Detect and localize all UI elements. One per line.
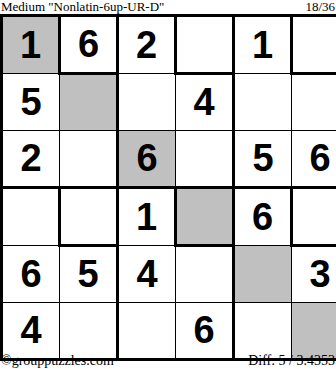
grid-row-0: 1 6 2 1: [2, 16, 336, 74]
cell-r5c0[interactable]: 4: [2, 303, 60, 360]
puzzle-title: Medium "Nonlatin-6up-UR-D": [0, 0, 164, 13]
cell-r2c3[interactable]: [176, 131, 234, 188]
grid-row-4: 6 5 4 3: [2, 246, 336, 303]
cell-r0c4[interactable]: 1: [234, 16, 292, 74]
cell-r5c2[interactable]: [118, 303, 176, 360]
cell-r2c0[interactable]: 2: [2, 131, 60, 188]
footer: ©grouppuzzles.com Diff: 5 / 3.4353: [0, 352, 336, 369]
grid-row-3: 1 6: [2, 188, 336, 246]
copyright-text: ©grouppuzzles.com: [0, 353, 114, 369]
cell-r3c2[interactable]: 1: [118, 188, 176, 246]
cell-r0c5[interactable]: [292, 16, 336, 74]
cell-r0c2[interactable]: 2: [118, 16, 176, 74]
cell-r1c4[interactable]: [234, 74, 292, 131]
cell-r4c3[interactable]: [176, 246, 234, 303]
cell-r0c0[interactable]: 1: [2, 16, 60, 74]
grid-row-1: 5 4: [2, 74, 336, 131]
cell-r4c0[interactable]: 6: [2, 246, 60, 303]
cell-r0c1[interactable]: 6: [60, 16, 118, 74]
cell-r1c0[interactable]: 5: [2, 74, 60, 131]
header: Medium "Nonlatin-6up-UR-D" 18/36: [0, 0, 336, 14]
cell-r1c2[interactable]: [118, 74, 176, 131]
cell-r4c4[interactable]: [234, 246, 292, 303]
cell-r3c1[interactable]: [60, 188, 118, 246]
clue-count: 18/36: [305, 0, 336, 13]
cell-r4c1[interactable]: 5: [60, 246, 118, 303]
cell-r2c1[interactable]: [60, 131, 118, 188]
cell-r5c5[interactable]: [292, 303, 336, 360]
cell-r3c0[interactable]: [2, 188, 60, 246]
cell-r4c5[interactable]: 3: [292, 246, 336, 303]
cell-r5c1[interactable]: [60, 303, 118, 360]
cell-r1c5[interactable]: [292, 74, 336, 131]
cell-r3c5[interactable]: [292, 188, 336, 246]
cell-r4c2[interactable]: 4: [118, 246, 176, 303]
cell-r1c1[interactable]: [60, 74, 118, 131]
difficulty-text: Diff: 5 / 3.4353: [248, 353, 336, 369]
cell-r3c3[interactable]: [176, 188, 234, 246]
cell-r2c2[interactable]: 6: [118, 131, 176, 188]
cell-r3c4[interactable]: 6: [234, 188, 292, 246]
grid-row-2: 2 6 5 6: [2, 131, 336, 188]
cell-r5c3[interactable]: 6: [176, 303, 234, 360]
cell-r5c4[interactable]: [234, 303, 292, 360]
cell-r2c4[interactable]: 5: [234, 131, 292, 188]
cell-r2c5[interactable]: 6: [292, 131, 336, 188]
cell-r0c3[interactable]: [176, 16, 234, 74]
puzzle-grid: 1 6 2 1 5 4 2 6 5 6 1 6 6 5 4 3 4: [0, 14, 336, 361]
grid-row-5: 4 6: [2, 303, 336, 360]
cell-r1c3[interactable]: 4: [176, 74, 234, 131]
